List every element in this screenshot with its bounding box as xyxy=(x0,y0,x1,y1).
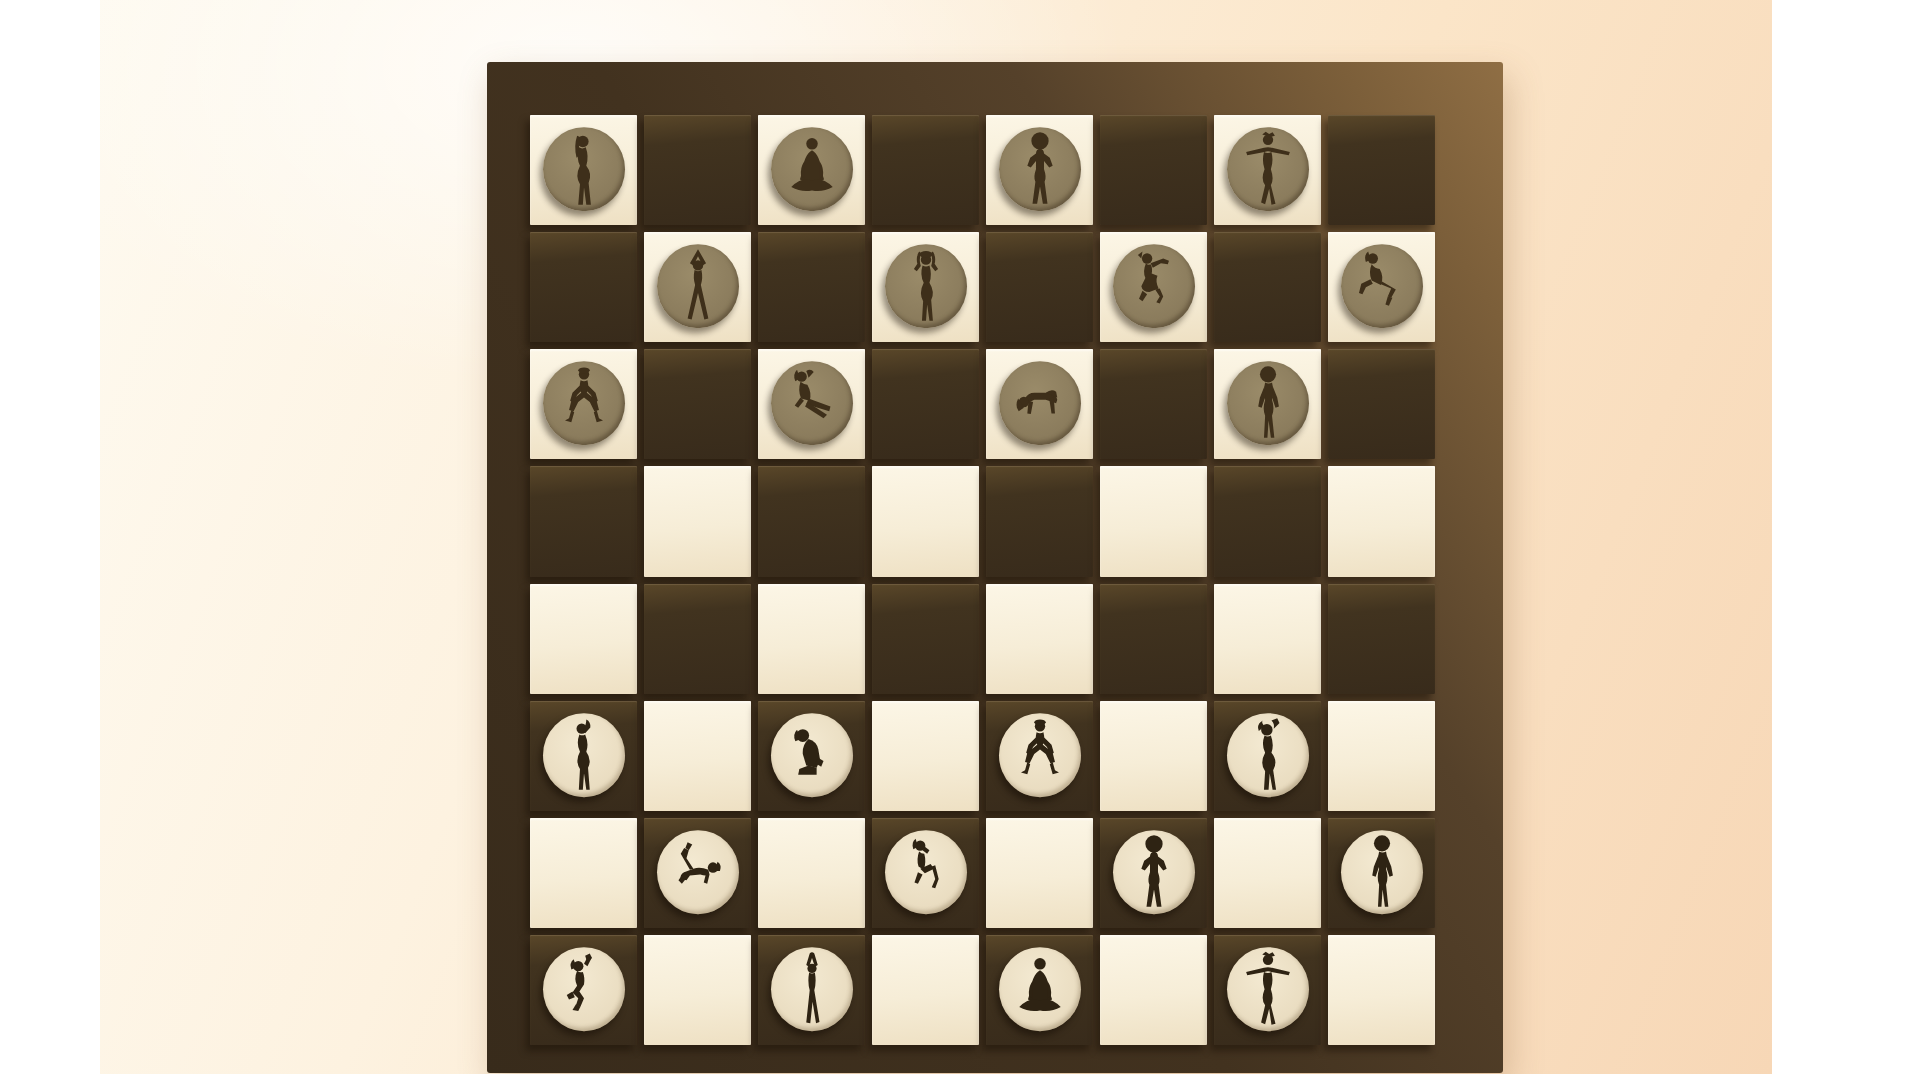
female-silhouette-icon-lotus xyxy=(777,131,847,207)
female-silhouette-icon-crawl xyxy=(1005,365,1075,441)
square-r5c3[interactable] xyxy=(758,584,865,694)
female-silhouette-icon-squat_wide xyxy=(1005,717,1075,793)
female-silhouette-icon-standing_bighair xyxy=(1233,365,1303,441)
square-r7c2[interactable] xyxy=(644,818,751,928)
piece-top-r2c4[interactable] xyxy=(885,244,967,328)
square-r8c8[interactable] xyxy=(1328,935,1435,1045)
piece-top-r2c8[interactable] xyxy=(1341,244,1423,328)
female-silhouette-icon-lying_leg_up xyxy=(663,834,733,910)
square-r8c3[interactable] xyxy=(758,935,865,1045)
square-r2c1[interactable] xyxy=(530,232,637,342)
square-r3c5[interactable] xyxy=(986,349,1093,459)
piece-top-r3c5[interactable] xyxy=(999,361,1081,445)
piece-bottom-r7c6[interactable] xyxy=(1113,830,1195,914)
square-r1c8[interactable] xyxy=(1328,115,1435,225)
square-r3c2[interactable] xyxy=(644,349,751,459)
piece-bottom-r7c2[interactable] xyxy=(657,830,739,914)
piece-top-r2c2[interactable] xyxy=(657,244,739,328)
square-r4c4[interactable] xyxy=(872,466,979,576)
square-r6c2[interactable] xyxy=(644,701,751,811)
piece-top-r1c3[interactable] xyxy=(771,127,853,211)
square-r6c7[interactable] xyxy=(1214,701,1321,811)
piece-bottom-r6c3[interactable] xyxy=(771,713,853,797)
female-silhouette-icon-arms_overhead xyxy=(663,248,733,324)
square-r3c8[interactable] xyxy=(1328,349,1435,459)
square-r8c4[interactable] xyxy=(872,935,979,1045)
piece-top-r1c5[interactable] xyxy=(999,127,1081,211)
female-silhouette-icon-standing_longhair xyxy=(549,131,619,207)
square-r8c5[interactable] xyxy=(986,935,1093,1045)
square-r2c2[interactable] xyxy=(644,232,751,342)
piece-bottom-r8c3[interactable] xyxy=(771,947,853,1031)
square-r4c8[interactable] xyxy=(1328,466,1435,576)
square-r4c7[interactable] xyxy=(1214,466,1321,576)
female-silhouette-icon-squat_arm_up xyxy=(549,951,619,1027)
piece-top-r3c7[interactable] xyxy=(1227,361,1309,445)
female-silhouette-icon-lotus xyxy=(1005,951,1075,1027)
piece-bottom-r7c8[interactable] xyxy=(1341,830,1423,914)
board-grid xyxy=(530,115,1435,1045)
piece-bottom-r7c4[interactable] xyxy=(885,830,967,914)
square-r8c2[interactable] xyxy=(644,935,751,1045)
square-r7c5[interactable] xyxy=(986,818,1093,928)
square-r3c6[interactable] xyxy=(1100,349,1207,459)
photo-margin-left xyxy=(0,0,100,1080)
square-r3c7[interactable] xyxy=(1214,349,1321,459)
female-silhouette-icon-squat_wide xyxy=(549,365,619,441)
square-r2c7[interactable] xyxy=(1214,232,1321,342)
square-r2c5[interactable] xyxy=(986,232,1093,342)
female-silhouette-icon-arms_joined xyxy=(777,951,847,1027)
square-r7c8[interactable] xyxy=(1328,818,1435,928)
square-r5c7[interactable] xyxy=(1214,584,1321,694)
female-silhouette-icon-afro_hips xyxy=(1005,131,1075,207)
square-r1c6[interactable] xyxy=(1100,115,1207,225)
female-silhouette-icon-kneel_crouch xyxy=(777,717,847,793)
square-r1c7[interactable] xyxy=(1214,115,1321,225)
female-silhouette-icon-standing_bighair xyxy=(1347,834,1417,910)
square-r2c3[interactable] xyxy=(758,232,865,342)
square-r7c1[interactable] xyxy=(530,818,637,928)
piece-bottom-r8c5[interactable] xyxy=(999,947,1081,1031)
square-r7c3[interactable] xyxy=(758,818,865,928)
piece-bottom-r6c1[interactable] xyxy=(543,713,625,797)
female-silhouette-icon-dancer xyxy=(1233,131,1303,207)
square-r2c6[interactable] xyxy=(1100,232,1207,342)
square-r1c2[interactable] xyxy=(644,115,751,225)
square-r5c1[interactable] xyxy=(530,584,637,694)
photo-margin-right xyxy=(1772,0,1920,1080)
photo-margin-bottom xyxy=(0,1074,1920,1080)
square-r4c6[interactable] xyxy=(1100,466,1207,576)
female-silhouette-icon-hands_behind_head xyxy=(1233,717,1303,793)
female-silhouette-icon-dancer xyxy=(1233,951,1303,1027)
square-r4c1[interactable] xyxy=(530,466,637,576)
square-r3c3[interactable] xyxy=(758,349,865,459)
square-r1c1[interactable] xyxy=(530,115,637,225)
square-r4c5[interactable] xyxy=(986,466,1093,576)
square-r4c2[interactable] xyxy=(644,466,751,576)
square-r6c8[interactable] xyxy=(1328,701,1435,811)
piece-top-r3c1[interactable] xyxy=(543,361,625,445)
square-r7c7[interactable] xyxy=(1214,818,1321,928)
square-r3c1[interactable] xyxy=(530,349,637,459)
piece-bottom-r8c7[interactable] xyxy=(1227,947,1309,1031)
square-r8c6[interactable] xyxy=(1100,935,1207,1045)
piece-bottom-r6c5[interactable] xyxy=(999,713,1081,797)
female-silhouette-icon-sit_pinup xyxy=(777,365,847,441)
square-r1c5[interactable] xyxy=(986,115,1093,225)
square-r5c2[interactable] xyxy=(644,584,751,694)
square-r5c5[interactable] xyxy=(986,584,1093,694)
square-r5c6[interactable] xyxy=(1100,584,1207,694)
female-silhouette-icon-crouch_profile xyxy=(1119,248,1189,324)
square-r1c3[interactable] xyxy=(758,115,865,225)
checkers-board xyxy=(487,62,1503,1073)
square-r8c1[interactable] xyxy=(530,935,637,1045)
gallery-wall xyxy=(100,0,1772,1074)
square-r4c3[interactable] xyxy=(758,466,865,576)
square-r5c8[interactable] xyxy=(1328,584,1435,694)
square-r7c6[interactable] xyxy=(1100,818,1207,928)
screenshot-canvas xyxy=(0,0,1920,1080)
piece-top-r2c6[interactable] xyxy=(1113,244,1195,328)
square-r2c8[interactable] xyxy=(1328,232,1435,342)
piece-top-r3c3[interactable] xyxy=(771,361,853,445)
female-silhouette-icon-sit_leanback xyxy=(1347,248,1417,324)
piece-top-r1c1[interactable] xyxy=(543,127,625,211)
piece-bottom-r6c7[interactable] xyxy=(1227,713,1309,797)
square-r6c4[interactable] xyxy=(872,701,979,811)
square-r1c4[interactable] xyxy=(872,115,979,225)
female-silhouette-icon-sit_knees_up xyxy=(891,834,961,910)
square-r7c4[interactable] xyxy=(872,818,979,928)
piece-top-r1c7[interactable] xyxy=(1227,127,1309,211)
square-r6c6[interactable] xyxy=(1100,701,1207,811)
female-silhouette-icon-arm_raised xyxy=(549,717,619,793)
piece-bottom-r8c1[interactable] xyxy=(543,947,625,1031)
square-r2c4[interactable] xyxy=(872,232,979,342)
square-r3c4[interactable] xyxy=(872,349,979,459)
square-r6c3[interactable] xyxy=(758,701,865,811)
square-r6c5[interactable] xyxy=(986,701,1093,811)
square-r5c4[interactable] xyxy=(872,584,979,694)
square-r6c1[interactable] xyxy=(530,701,637,811)
square-r8c7[interactable] xyxy=(1214,935,1321,1045)
female-silhouette-icon-hands_in_hair xyxy=(891,248,961,324)
female-silhouette-icon-afro_hips xyxy=(1119,834,1189,910)
